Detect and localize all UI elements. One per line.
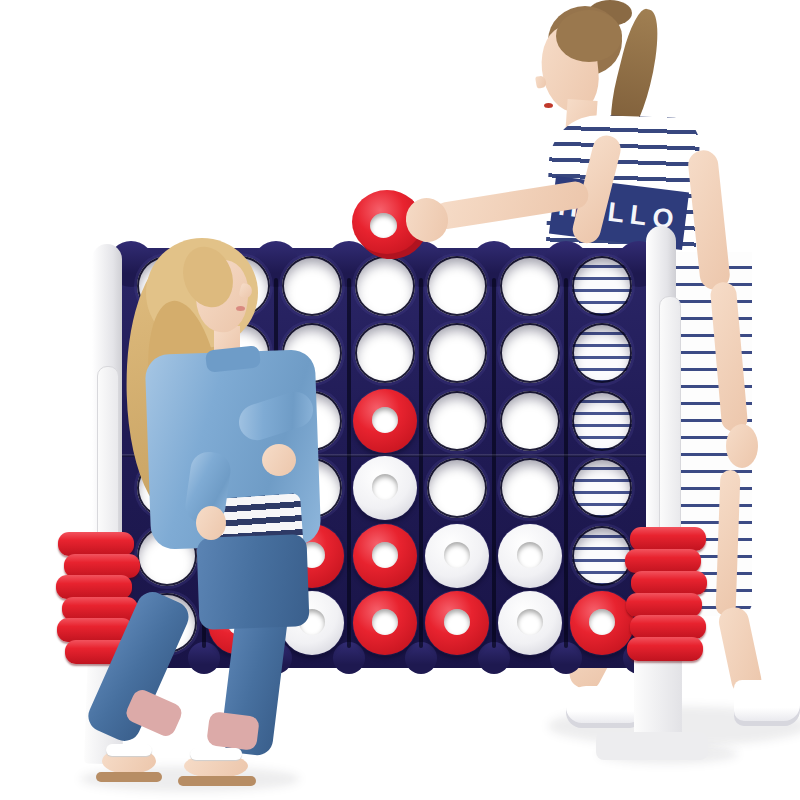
cell-hole-r2c5 — [427, 323, 487, 383]
white-ring-r5c6 — [498, 524, 562, 588]
girl-sandal-right-strap — [190, 748, 242, 760]
cell-hole-r4c6 — [500, 458, 560, 518]
red-ring-r6c5 — [425, 591, 489, 655]
ring-center-hole — [372, 474, 398, 500]
column-divider-groove — [419, 278, 423, 648]
column-divider-groove — [564, 278, 568, 648]
cell-hole-r4c5 — [427, 458, 487, 518]
ring-center-hole — [589, 609, 615, 635]
storage-red-ring — [630, 527, 706, 551]
storage-red-ring — [56, 575, 132, 599]
cell-hole-r3c5 — [427, 391, 487, 451]
storage-red-ring — [58, 532, 134, 556]
white-ring-r6c6 — [498, 591, 562, 655]
ring-center-hole — [372, 542, 398, 568]
storage-red-ring — [625, 549, 701, 573]
ring-center-hole — [517, 542, 543, 568]
red-ring-r3c4 — [353, 389, 417, 453]
woman-right-sneaker — [734, 680, 800, 726]
cell-hole-r4c7 — [572, 458, 632, 518]
column-divider-groove — [492, 278, 496, 648]
girl-sandal-left-strap — [106, 744, 152, 756]
woman-hairline — [556, 10, 622, 62]
woman-lips — [544, 103, 553, 108]
storage-red-ring — [631, 571, 707, 595]
girl-sandal-right — [176, 746, 256, 790]
girl-cuff-back — [206, 711, 260, 751]
storage-red-ring — [630, 615, 706, 639]
girl-sandal-right-sole — [178, 776, 256, 786]
red-ring-r6c7 — [570, 591, 634, 655]
girl-hand-down — [196, 506, 226, 540]
storage-red-ring — [62, 597, 138, 621]
ring-center-hole — [372, 407, 398, 433]
left-storage-post — [97, 366, 119, 538]
cell-hole-r3c7 — [572, 391, 632, 451]
ring-center-hole — [444, 542, 470, 568]
woman-hanging-hand — [726, 424, 758, 468]
cell-hole-r5c7 — [572, 526, 632, 586]
girl-jeans-hip — [196, 534, 309, 630]
storage-red-ring — [627, 637, 703, 661]
girl-lips — [236, 306, 245, 311]
ring-center-hole — [517, 609, 543, 635]
white-ring-r4c4 — [353, 456, 417, 520]
cell-hole-r1c4 — [355, 256, 415, 316]
white-ring-r5c5 — [425, 524, 489, 588]
ring-center-hole — [444, 609, 470, 635]
cell-hole-r1c5 — [427, 256, 487, 316]
right-storage-post — [659, 296, 681, 534]
cell-hole-r1c7 — [572, 256, 632, 316]
column-divider-groove — [347, 278, 351, 648]
cell-hole-r1c3 — [282, 256, 342, 316]
storage-red-ring — [626, 593, 702, 617]
red-ring-r5c4 — [353, 524, 417, 588]
held-ring-hole — [370, 213, 397, 238]
cell-hole-r2c4 — [355, 323, 415, 383]
woman-left-sneaker — [566, 686, 640, 728]
storage-red-ring — [64, 554, 140, 578]
cell-hole-r2c7 — [572, 323, 632, 383]
product-photo-canvas: { "game": "connect-four", "board": { "co… — [0, 0, 800, 800]
ring-center-hole — [372, 609, 398, 635]
cell-hole-r3c6 — [500, 391, 560, 451]
girl-sandal-left — [96, 738, 162, 786]
cell-hole-r2c6 — [500, 323, 560, 383]
red-ring-r6c4 — [353, 591, 417, 655]
girl-sandal-left-sole — [96, 772, 162, 782]
girl-hand-pointing — [262, 444, 296, 476]
right-foot-bar — [596, 732, 708, 760]
cell-hole-r1c6 — [500, 256, 560, 316]
